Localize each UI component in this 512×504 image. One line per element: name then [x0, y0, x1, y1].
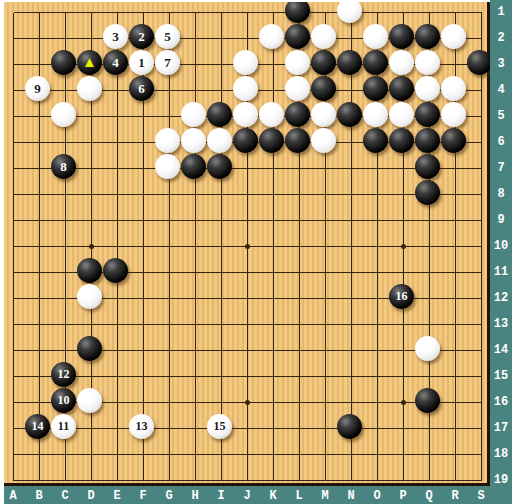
goban[interactable]: 325▲41796816121014111315 [4, 2, 490, 486]
stone-c17[interactable]: 11 [51, 414, 76, 439]
stone-n3[interactable] [337, 50, 362, 75]
stone-f17[interactable]: 13 [129, 414, 154, 439]
column-label-m: M [318, 489, 332, 503]
stone-r5[interactable] [441, 102, 466, 127]
move-number: 3 [103, 24, 128, 49]
stone-l3[interactable] [285, 50, 310, 75]
stone-q14[interactable] [415, 336, 440, 361]
column-label-p: P [396, 489, 410, 503]
column-label-f: F [136, 489, 150, 503]
column-label-o: O [370, 489, 384, 503]
stone-n5[interactable] [337, 102, 362, 127]
column-label-q: Q [422, 489, 436, 503]
column-label-j: J [240, 489, 254, 503]
column-label-s: S [474, 489, 488, 503]
stone-m2[interactable] [311, 24, 336, 49]
column-label-k: K [266, 489, 280, 503]
stone-q4[interactable] [415, 76, 440, 101]
stone-p5[interactable] [389, 102, 414, 127]
stone-o3[interactable] [363, 50, 388, 75]
stone-p2[interactable] [389, 24, 414, 49]
move-number: 13 [129, 414, 154, 439]
stone-p12[interactable]: 16 [389, 284, 414, 309]
stone-d12[interactable] [77, 284, 102, 309]
stone-f4[interactable]: 6 [129, 76, 154, 101]
stone-p4[interactable] [389, 76, 414, 101]
stone-o4[interactable] [363, 76, 388, 101]
column-label-r: R [448, 489, 462, 503]
stone-p6[interactable] [389, 128, 414, 153]
stone-d3[interactable]: ▲ [77, 50, 102, 75]
triangle-marker-icon: ▲ [77, 50, 102, 75]
stone-m6[interactable] [311, 128, 336, 153]
row-label-1: 1 [491, 4, 511, 20]
stone-j3[interactable] [233, 50, 258, 75]
move-number: 9 [25, 76, 50, 101]
top-margin [0, 0, 490, 2]
row-label-2: 2 [491, 30, 511, 46]
stone-k5[interactable] [259, 102, 284, 127]
row-label-19: 19 [491, 472, 511, 488]
move-number: 2 [129, 24, 154, 49]
stone-q6[interactable] [415, 128, 440, 153]
column-label-b: B [32, 489, 46, 503]
stone-c3[interactable] [51, 50, 76, 75]
row-label-18: 18 [491, 446, 511, 462]
stone-p3[interactable] [389, 50, 414, 75]
stone-k2[interactable] [259, 24, 284, 49]
stone-j5[interactable] [233, 102, 258, 127]
stone-g7[interactable] [155, 154, 180, 179]
column-label-d: D [84, 489, 98, 503]
stone-d11[interactable] [77, 258, 102, 283]
move-number: 10 [51, 388, 76, 413]
row-label-11: 11 [491, 264, 511, 280]
row-label-15: 15 [491, 368, 511, 384]
stone-i7[interactable] [207, 154, 232, 179]
stone-i6[interactable] [207, 128, 232, 153]
move-number: 15 [207, 414, 232, 439]
stone-d4[interactable] [77, 76, 102, 101]
stone-h5[interactable] [181, 102, 206, 127]
row-label-10: 10 [491, 238, 511, 254]
stone-j6[interactable] [233, 128, 258, 153]
row-label-17: 17 [491, 420, 511, 436]
row-label-9: 9 [491, 212, 511, 228]
stone-l4[interactable] [285, 76, 310, 101]
stone-d16[interactable] [77, 388, 102, 413]
column-label-e: E [110, 489, 124, 503]
stone-c5[interactable] [51, 102, 76, 127]
stone-i5[interactable] [207, 102, 232, 127]
stone-c7[interactable]: 8 [51, 154, 76, 179]
stone-k6[interactable] [259, 128, 284, 153]
stone-n17[interactable] [337, 414, 362, 439]
column-label-i: I [214, 489, 228, 503]
stone-l6[interactable] [285, 128, 310, 153]
stone-g3[interactable]: 7 [155, 50, 180, 75]
stone-r2[interactable] [441, 24, 466, 49]
move-number: 12 [51, 362, 76, 387]
stone-m5[interactable] [311, 102, 336, 127]
stone-l2[interactable] [285, 24, 310, 49]
stone-h7[interactable] [181, 154, 206, 179]
row-label-6: 6 [491, 134, 511, 150]
stone-q8[interactable] [415, 180, 440, 205]
stone-q3[interactable] [415, 50, 440, 75]
stone-h6[interactable] [181, 128, 206, 153]
stone-q7[interactable] [415, 154, 440, 179]
move-number: 1 [129, 50, 154, 75]
row-label-7: 7 [491, 160, 511, 176]
move-number: 8 [51, 154, 76, 179]
stone-b4[interactable]: 9 [25, 76, 50, 101]
column-label-g: G [162, 489, 176, 503]
row-label-4: 4 [491, 82, 511, 98]
stone-c16[interactable]: 10 [51, 388, 76, 413]
stone-d14[interactable] [77, 336, 102, 361]
row-label-8: 8 [491, 186, 511, 202]
stone-g6[interactable] [155, 128, 180, 153]
move-number: 11 [51, 414, 76, 439]
column-label-l: L [292, 489, 306, 503]
stone-o2[interactable] [363, 24, 388, 49]
stone-r4[interactable] [441, 76, 466, 101]
move-number: 6 [129, 76, 154, 101]
move-number: 7 [155, 50, 180, 75]
column-label-a: A [6, 489, 20, 503]
move-number: 4 [103, 50, 128, 75]
column-label-c: C [58, 489, 72, 503]
stone-l5[interactable] [285, 102, 310, 127]
move-number: 14 [25, 414, 50, 439]
stone-r6[interactable] [441, 128, 466, 153]
stone-q5[interactable] [415, 102, 440, 127]
row-label-13: 13 [491, 316, 511, 332]
stone-o5[interactable] [363, 102, 388, 127]
row-label-16: 16 [491, 394, 511, 410]
column-label-h: H [188, 489, 202, 503]
left-margin [0, 0, 4, 504]
column-label-n: N [344, 489, 358, 503]
stone-f2[interactable]: 2 [129, 24, 154, 49]
row-label-12: 12 [491, 290, 511, 306]
stone-f3[interactable]: 1 [129, 50, 154, 75]
stone-b17[interactable]: 14 [25, 414, 50, 439]
row-label-5: 5 [491, 108, 511, 124]
stone-q16[interactable] [415, 388, 440, 413]
stone-m4[interactable] [311, 76, 336, 101]
stone-e2[interactable]: 3 [103, 24, 128, 49]
move-number: 5 [155, 24, 180, 49]
row-label-3: 3 [491, 56, 511, 72]
stone-o6[interactable] [363, 128, 388, 153]
stone-e3[interactable]: 4 [103, 50, 128, 75]
stone-m3[interactable] [311, 50, 336, 75]
stone-i17[interactable]: 15 [207, 414, 232, 439]
stone-e11[interactable] [103, 258, 128, 283]
stone-c15[interactable]: 12 [51, 362, 76, 387]
row-label-14: 14 [491, 342, 511, 358]
move-number: 16 [389, 284, 414, 309]
stone-g2[interactable]: 5 [155, 24, 180, 49]
stone-s3[interactable] [467, 50, 492, 75]
stone-j4[interactable] [233, 76, 258, 101]
stone-q2[interactable] [415, 24, 440, 49]
